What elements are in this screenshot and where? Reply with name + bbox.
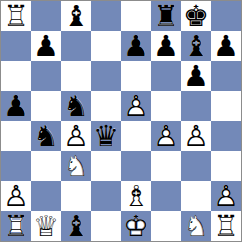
piece-glyph: ♔ <box>121 211 151 241</box>
piece-glyph: ♖ <box>1 1 31 31</box>
square-g2[interactable] <box>181 181 211 211</box>
square-e6[interactable] <box>121 61 151 91</box>
piece-white-rook[interactable]: ♜♖ <box>1 1 31 31</box>
square-g1[interactable]: ♞♘ <box>181 211 211 241</box>
piece-glyph: ♛ <box>91 121 121 151</box>
square-c4[interactable]: ♟♙ <box>61 121 91 151</box>
square-d6[interactable] <box>91 61 121 91</box>
piece-glyph: ♘ <box>61 151 91 181</box>
square-c5[interactable]: ♘♞ <box>61 91 91 121</box>
square-a1[interactable]: ♜♖ <box>1 211 31 241</box>
square-f4[interactable]: ♟♙ <box>151 121 181 151</box>
piece-glyph: ♝ <box>181 31 211 61</box>
piece-glyph: ♟ <box>181 61 211 91</box>
piece-glyph: ♞ <box>31 121 61 151</box>
square-d5[interactable] <box>91 91 121 121</box>
piece-glyph: ♗ <box>121 181 151 211</box>
piece-black-pawn[interactable]: ♙♟ <box>121 31 151 61</box>
square-e3[interactable] <box>121 151 151 181</box>
piece-black-pawn[interactable]: ♙♟ <box>181 61 211 91</box>
piece-white-pawn[interactable]: ♟♙ <box>181 121 211 151</box>
square-h4[interactable] <box>211 121 241 151</box>
square-g5[interactable] <box>181 91 211 121</box>
square-d2[interactable] <box>91 181 121 211</box>
square-c3[interactable]: ♞♘ <box>61 151 91 181</box>
square-c6[interactable] <box>61 61 91 91</box>
square-a8[interactable]: ♜♖ <box>1 1 31 31</box>
square-c8[interactable]: ♗♝ <box>61 1 91 31</box>
square-g6[interactable]: ♙♟ <box>181 61 211 91</box>
square-e7[interactable]: ♙♟ <box>121 31 151 61</box>
square-c7[interactable] <box>61 31 91 61</box>
piece-glyph: ♟ <box>31 31 61 61</box>
piece-black-bishop[interactable]: ♗♝ <box>61 1 91 31</box>
square-d4[interactable]: ♕♛ <box>91 121 121 151</box>
square-f3[interactable] <box>151 151 181 181</box>
square-f1[interactable] <box>151 211 181 241</box>
piece-black-pawn[interactable]: ♙♟ <box>151 31 181 61</box>
square-d7[interactable] <box>91 31 121 61</box>
piece-black-pawn[interactable]: ♙♟ <box>1 91 31 121</box>
piece-glyph: ♟ <box>151 31 181 61</box>
square-a2[interactable]: ♟♙ <box>1 181 31 211</box>
square-h2[interactable]: ♟♙ <box>211 181 241 211</box>
square-h1[interactable]: ♜♖ <box>211 211 241 241</box>
piece-black-queen[interactable]: ♕♛ <box>91 121 121 151</box>
square-e2[interactable]: ♝♗ <box>121 181 151 211</box>
square-g3[interactable] <box>181 151 211 181</box>
square-h8[interactable] <box>211 1 241 31</box>
square-e1[interactable]: ♚♔ <box>121 211 151 241</box>
square-h6[interactable] <box>211 61 241 91</box>
square-b3[interactable] <box>31 151 61 181</box>
piece-glyph: ♘ <box>181 211 211 241</box>
square-b5[interactable] <box>31 91 61 121</box>
square-d1[interactable] <box>91 211 121 241</box>
piece-black-bishop[interactable]: ♗♝ <box>61 211 91 241</box>
square-f6[interactable] <box>151 61 181 91</box>
piece-glyph: ♝ <box>61 1 91 31</box>
square-a3[interactable] <box>1 151 31 181</box>
square-a5[interactable]: ♙♟ <box>1 91 31 121</box>
piece-glyph: ♜ <box>151 1 181 31</box>
square-d3[interactable] <box>91 151 121 181</box>
piece-glyph: ♚ <box>181 1 211 31</box>
piece-black-king[interactable]: ♔♚ <box>181 1 211 31</box>
piece-white-rook[interactable]: ♜♖ <box>1 211 31 241</box>
square-f8[interactable]: ♖♜ <box>151 1 181 31</box>
piece-white-pawn[interactable]: ♟♙ <box>211 181 241 211</box>
square-g8[interactable]: ♔♚ <box>181 1 211 31</box>
piece-white-king[interactable]: ♚♔ <box>121 211 151 241</box>
square-f2[interactable] <box>151 181 181 211</box>
piece-glyph: ♖ <box>211 211 241 241</box>
square-b2[interactable] <box>31 181 61 211</box>
square-a6[interactable] <box>1 61 31 91</box>
piece-glyph: ♟ <box>211 31 241 61</box>
piece-white-pawn[interactable]: ♟♙ <box>1 181 31 211</box>
piece-glyph: ♟ <box>1 91 31 121</box>
piece-black-knight[interactable]: ♘♞ <box>31 121 61 151</box>
square-b4[interactable]: ♘♞ <box>31 121 61 151</box>
square-b1[interactable]: ♛♕ <box>31 211 61 241</box>
square-a7[interactable] <box>1 31 31 61</box>
piece-white-queen[interactable]: ♛♕ <box>31 211 61 241</box>
square-g4[interactable]: ♟♙ <box>181 121 211 151</box>
square-h3[interactable] <box>211 151 241 181</box>
piece-black-pawn[interactable]: ♙♟ <box>31 31 61 61</box>
piece-glyph: ♙ <box>181 121 211 151</box>
piece-glyph: ♙ <box>1 181 31 211</box>
piece-glyph: ♟ <box>121 31 151 61</box>
piece-black-pawn[interactable]: ♙♟ <box>211 31 241 61</box>
square-b6[interactable] <box>31 61 61 91</box>
piece-white-pawn[interactable]: ♟♙ <box>121 91 151 121</box>
piece-glyph: ♙ <box>61 121 91 151</box>
piece-glyph: ♝ <box>61 211 91 241</box>
square-f5[interactable] <box>151 91 181 121</box>
square-a4[interactable] <box>1 121 31 151</box>
square-b8[interactable] <box>31 1 61 31</box>
piece-white-bishop[interactable]: ♝♗ <box>121 181 151 211</box>
square-c1[interactable]: ♗♝ <box>61 211 91 241</box>
piece-glyph: ♞ <box>61 91 91 121</box>
piece-glyph: ♕ <box>31 211 61 241</box>
square-e5[interactable]: ♟♙ <box>121 91 151 121</box>
square-h7[interactable]: ♙♟ <box>211 31 241 61</box>
piece-black-knight[interactable]: ♘♞ <box>61 91 91 121</box>
square-h5[interactable] <box>211 91 241 121</box>
square-f7[interactable]: ♙♟ <box>151 31 181 61</box>
piece-white-knight[interactable]: ♞♘ <box>61 151 91 181</box>
square-e8[interactable] <box>121 1 151 31</box>
square-g7[interactable]: ♗♝ <box>181 31 211 61</box>
piece-glyph: ♙ <box>121 91 151 121</box>
piece-black-bishop[interactable]: ♗♝ <box>181 31 211 61</box>
piece-glyph: ♙ <box>211 181 241 211</box>
piece-white-pawn[interactable]: ♟♙ <box>61 121 91 151</box>
piece-black-rook[interactable]: ♖♜ <box>151 1 181 31</box>
square-d8[interactable] <box>91 1 121 31</box>
piece-glyph: ♙ <box>151 121 181 151</box>
piece-white-rook[interactable]: ♜♖ <box>211 211 241 241</box>
piece-white-knight[interactable]: ♞♘ <box>181 211 211 241</box>
chess-board: ♜♖♗♝♖♜♔♚♙♟♙♟♙♟♗♝♙♟♙♟♙♟♘♞♟♙♘♞♟♙♕♛♟♙♟♙♞♘♟♙… <box>0 0 242 242</box>
piece-white-pawn[interactable]: ♟♙ <box>151 121 181 151</box>
square-c2[interactable] <box>61 181 91 211</box>
square-b7[interactable]: ♙♟ <box>31 31 61 61</box>
square-e4[interactable] <box>121 121 151 151</box>
piece-glyph: ♖ <box>1 211 31 241</box>
